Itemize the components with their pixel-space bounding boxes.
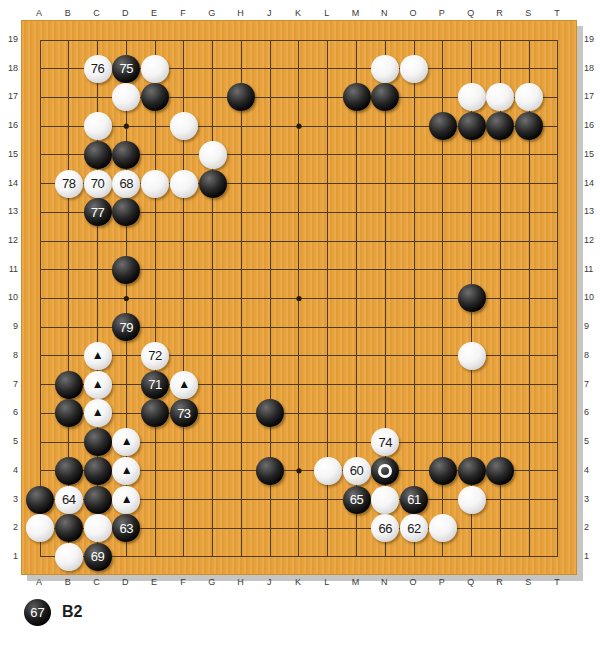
stone-black-A3 [26,486,54,514]
coord-top-G: G [203,8,221,18]
stone-black-Q10 [458,284,486,312]
go-board[interactable]: 76757870687779▲72▲71▲▲73▲74▲6064▲6561636… [21,20,577,575]
stone-white-B14: 78 [55,170,83,198]
stone-black-C4 [84,457,112,485]
move-number: 70 [91,177,104,190]
stone-black-C5 [84,428,112,456]
triangle-mark-icon: ▲ [92,349,103,361]
caption-stone-black: 67 [24,599,51,626]
coord-left-11: 11 [0,264,18,274]
coord-top-F: F [174,8,192,18]
stone-black-E7: 71 [141,371,169,399]
coord-left-10: 10 [0,292,18,302]
triangle-mark-icon: ▲ [92,406,103,418]
coord-right-5: 5 [584,436,600,446]
stone-black-J4 [256,457,284,485]
stone-black-C13: 77 [84,198,112,226]
stone-black-D11 [112,256,140,284]
coord-left-2: 2 [0,522,18,532]
coord-left-3: 3 [0,494,18,504]
stone-white-C7: ▲ [84,371,112,399]
coord-left-12: 12 [0,235,18,245]
coord-left-13: 13 [0,206,18,216]
coord-bottom-H: H [231,577,249,587]
stone-white-F16 [170,112,198,140]
stone-white-E18 [141,55,169,83]
triangle-mark-icon: ▲ [121,464,132,476]
stone-black-D18: 75 [112,55,140,83]
coord-right-1: 1 [584,551,600,561]
triangle-mark-icon: ▲ [92,378,103,390]
move-number: 73 [177,407,190,420]
stone-black-P4 [429,457,457,485]
move-number: 78 [62,177,75,190]
stone-black-B4 [55,457,83,485]
coord-bottom-R: R [490,577,508,587]
coord-bottom-K: K [289,577,307,587]
stone-black-C3 [84,486,112,514]
coord-right-18: 18 [584,63,600,73]
stone-white-L4 [314,457,342,485]
stone-black-B2 [55,514,83,542]
stone-black-G14 [199,170,227,198]
stone-white-D3: ▲ [112,486,140,514]
stone-black-O3: 61 [400,486,428,514]
move-number: 65 [350,493,363,506]
coord-top-T: T [548,8,566,18]
coord-top-E: E [145,8,163,18]
coord-left-14: 14 [0,178,18,188]
coord-top-H: H [231,8,249,18]
coord-left-1: 1 [0,551,18,561]
coord-bottom-B: B [59,577,77,587]
stone-black-Q16 [458,112,486,140]
coord-bottom-L: L [318,577,336,587]
coord-right-13: 13 [584,206,600,216]
coord-top-R: R [490,8,508,18]
coord-bottom-E: E [145,577,163,587]
stone-black-M17 [343,83,371,111]
coord-right-12: 12 [584,235,600,245]
coord-top-D: D [116,8,134,18]
coord-top-P: P [433,8,451,18]
move-number: 75 [120,62,133,75]
coord-bottom-M: M [347,577,365,587]
stone-white-F14 [170,170,198,198]
coord-right-19: 19 [584,34,600,44]
coord-right-10: 10 [584,292,600,302]
stone-white-C8: ▲ [84,342,112,370]
coord-right-6: 6 [584,407,600,417]
stone-white-G15 [199,141,227,169]
move-number: 77 [91,206,104,219]
coord-bottom-G: G [203,577,221,587]
stone-white-O18 [400,55,428,83]
stone-black-Q4 [458,457,486,485]
coord-right-11: 11 [584,264,600,274]
coord-top-C: C [88,8,106,18]
stone-white-Q8 [458,342,486,370]
stone-white-F7: ▲ [170,371,198,399]
coord-top-L: L [318,8,336,18]
coord-right-15: 15 [584,149,600,159]
coord-right-8: 8 [584,350,600,360]
stone-white-C2 [84,514,112,542]
coord-left-5: 5 [0,436,18,446]
coord-right-7: 7 [584,379,600,389]
kifu-page: 76757870687779▲72▲71▲▲73▲74▲6064▲6561636… [0,0,600,645]
coord-top-Q: Q [462,8,480,18]
coord-left-7: 7 [0,379,18,389]
stone-black-C1: 69 [84,543,112,571]
move-number: 76 [91,62,104,75]
stone-white-C6: ▲ [84,399,112,427]
move-number: 66 [379,522,392,535]
coord-top-O: O [404,8,422,18]
stone-black-N4 [371,457,399,485]
coord-right-9: 9 [584,321,600,331]
coord-bottom-Q: Q [462,577,480,587]
coord-top-J: J [260,8,278,18]
coord-left-4: 4 [0,465,18,475]
coord-left-6: 6 [0,407,18,417]
move-caption: 67 B2 [24,598,82,626]
coord-right-3: 3 [584,494,600,504]
move-number: 60 [350,464,363,477]
coord-bottom-T: T [548,577,566,587]
coord-left-8: 8 [0,350,18,360]
stone-black-M3: 65 [343,486,371,514]
coord-bottom-F: F [174,577,192,587]
coord-bottom-S: S [519,577,537,587]
coord-right-17: 17 [584,91,600,101]
coord-right-2: 2 [584,522,600,532]
coord-bottom-D: D [116,577,134,587]
stone-white-C14: 70 [84,170,112,198]
stone-white-Q3 [458,486,486,514]
stone-white-P2 [429,514,457,542]
coord-left-16: 16 [0,120,18,130]
coord-left-15: 15 [0,149,18,159]
triangle-mark-icon: ▲ [121,435,132,447]
stone-white-C16 [84,112,112,140]
stone-black-C15 [84,141,112,169]
move-number: 64 [62,493,75,506]
coord-top-A: A [30,8,48,18]
stone-white-Q17 [458,83,486,111]
coord-bottom-A: A [30,577,48,587]
stone-white-B1 [55,543,83,571]
caption-coordinate: B2 [62,603,82,621]
stone-white-M4: 60 [343,457,371,485]
coord-right-14: 14 [584,178,600,188]
coord-left-19: 19 [0,34,18,44]
move-number: 68 [120,177,133,190]
coord-top-K: K [289,8,307,18]
coord-top-M: M [347,8,365,18]
coord-bottom-N: N [375,577,393,587]
coord-left-9: 9 [0,321,18,331]
stone-white-E14 [141,170,169,198]
stone-white-C18: 76 [84,55,112,83]
coord-top-S: S [519,8,537,18]
coord-right-16: 16 [584,120,600,130]
triangle-mark-icon: ▲ [121,493,132,505]
coord-top-B: B [59,8,77,18]
move-number: 69 [91,550,104,563]
stone-black-B7 [55,371,83,399]
stone-black-P16 [429,112,457,140]
stone-white-D14: 68 [112,170,140,198]
coord-left-18: 18 [0,63,18,73]
move-number: 72 [148,349,161,362]
stone-white-N3 [371,486,399,514]
move-number: 79 [120,321,133,334]
stone-black-B6 [55,399,83,427]
stone-white-N18 [371,55,399,83]
move-number: 62 [407,522,420,535]
caption-move-number: 67 [30,605,44,620]
stone-white-B3: 64 [55,486,83,514]
move-number: 61 [407,493,420,506]
coord-bottom-O: O [404,577,422,587]
coord-right-4: 4 [584,465,600,475]
stone-white-E8: 72 [141,342,169,370]
coord-bottom-C: C [88,577,106,587]
move-number: 63 [120,522,133,535]
triangle-mark-icon: ▲ [178,378,189,390]
stone-white-D4: ▲ [112,457,140,485]
circle-mark-icon [378,464,392,478]
coord-bottom-J: J [260,577,278,587]
coord-bottom-P: P [433,577,451,587]
move-number: 74 [379,436,392,449]
coord-top-N: N [375,8,393,18]
coord-left-17: 17 [0,91,18,101]
move-number: 71 [148,378,161,391]
